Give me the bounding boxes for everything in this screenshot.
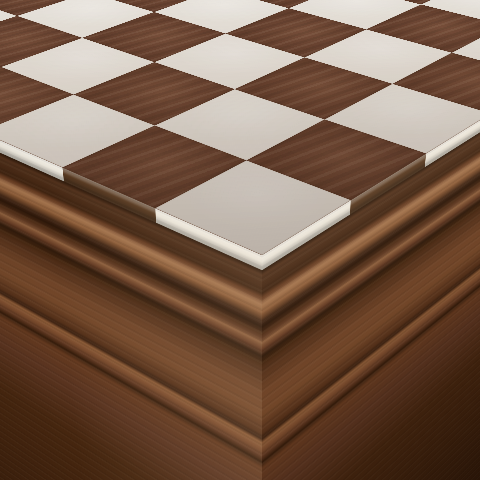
board-photo-stage [0,0,480,480]
chess-board [0,0,480,255]
